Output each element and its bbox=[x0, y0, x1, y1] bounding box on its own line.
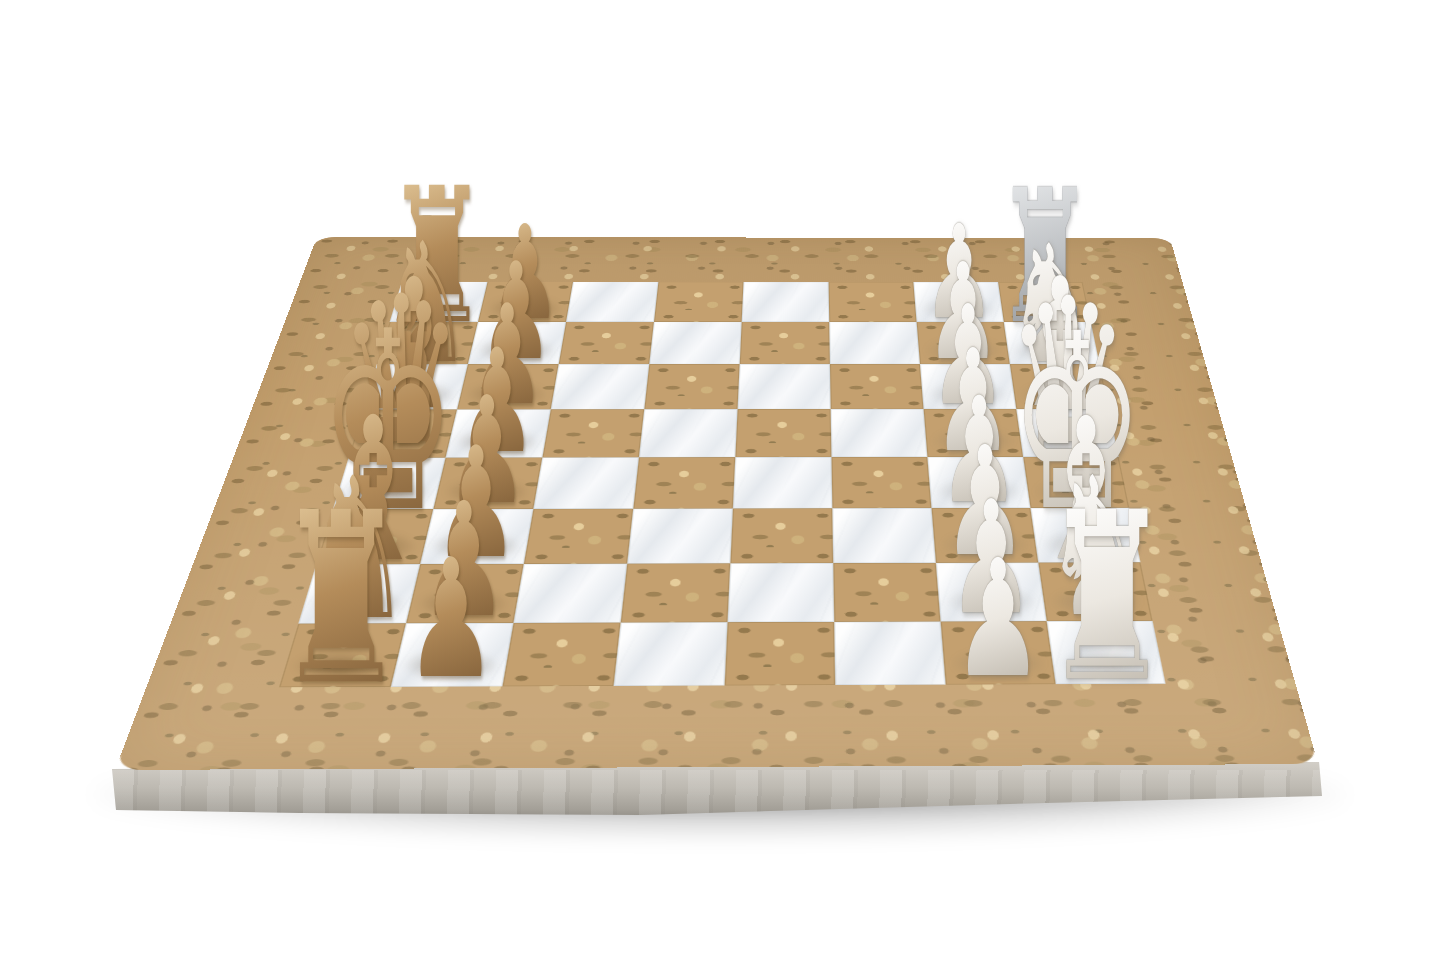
piece-white-pawn-h2[interactable]: ♟ bbox=[953, 537, 1043, 699]
scene: ♜♟♟♜♞♟♟♞♝♟♟♝♛♟♟♛♚♟♟♚♝♟♟♝♞♟♟♞♜♟♟♜ bbox=[0, 0, 1445, 965]
piece-dark-rook-h8[interactable]: ♜ bbox=[275, 482, 406, 718]
piece-white-rook-h1[interactable]: ♜ bbox=[1043, 482, 1172, 714]
piece-dark-pawn-h7[interactable]: ♟ bbox=[405, 538, 496, 702]
pieces-layer: ♜♟♟♜♞♟♟♞♝♟♟♝♛♟♟♛♚♟♟♚♝♟♟♝♞♟♟♞♜♟♟♜ bbox=[0, 0, 1445, 965]
